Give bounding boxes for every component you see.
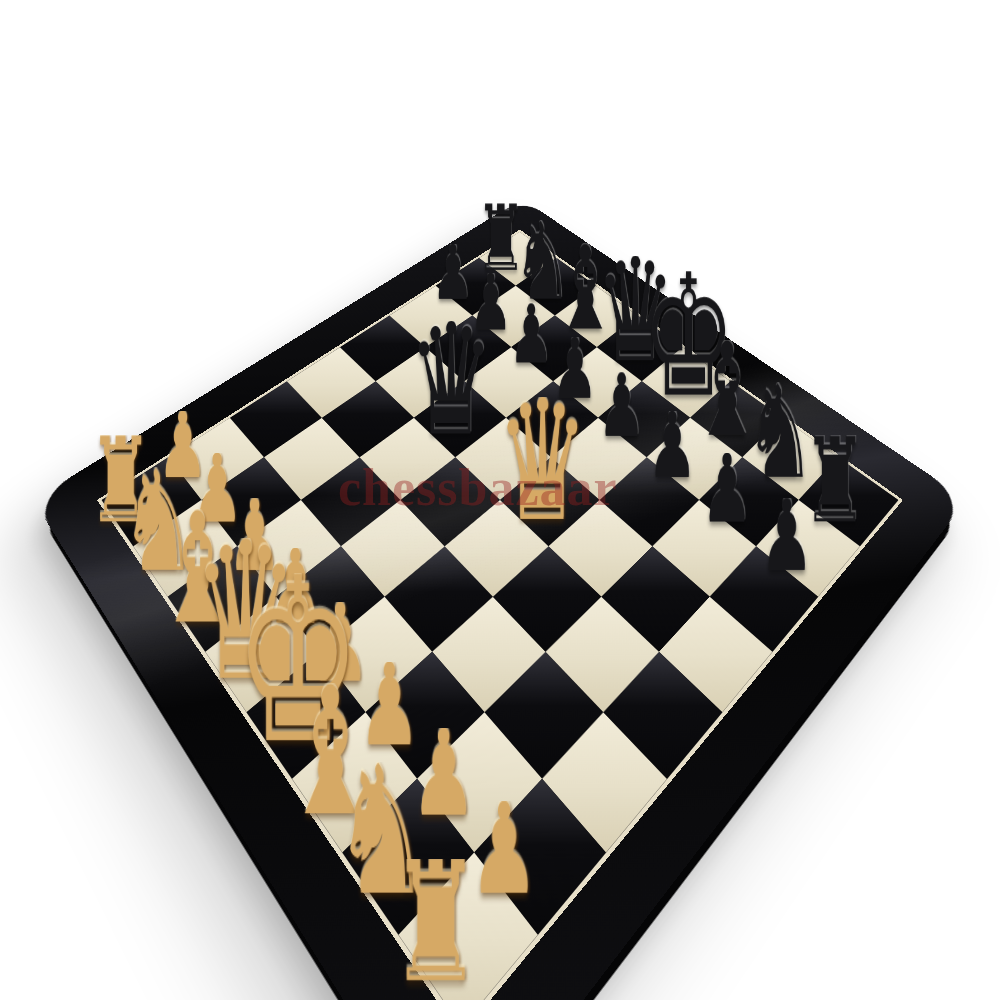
chess-board: ♜♞♝♛♚♝♞♜♟♟♟♟♟♟♟♟♛♛♟♟♟♟♟♟♟♟♜♞♝♛♚♝♞♜ bbox=[97, 230, 903, 1000]
chess-board-3d: ♜♞♝♛♚♝♞♜♟♟♟♟♟♟♟♟♛♛♟♟♟♟♟♟♟♟♜♞♝♛♚♝♞♜ bbox=[33, 199, 966, 1000]
piece-white-r-a1: ♜ bbox=[88, 435, 133, 527]
board-frame: ♜♞♝♛♚♝♞♜♟♟♟♟♟♟♟♟♛♛♟♟♟♟♟♟♟♟♜♞♝♛♚♝♞♜ bbox=[33, 199, 966, 1000]
square-e6 bbox=[551, 418, 647, 500]
square-a1: ♜ bbox=[102, 457, 202, 546]
product-photo-scene: ♜♞♝♛♚♝♞♜♟♟♟♟♟♟♟♟♛♛♟♟♟♟♟♟♟♟♜♞♝♛♚♝♞♜ bbox=[0, 0, 1000, 1000]
